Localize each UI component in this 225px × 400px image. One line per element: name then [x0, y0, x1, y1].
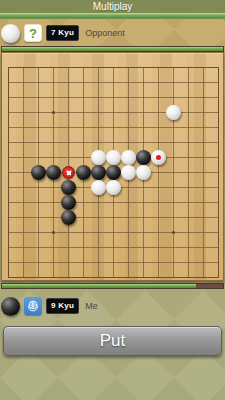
my-timer-fill: [2, 284, 196, 288]
my-rank-badge: 9 Kyu: [46, 298, 79, 314]
forbidden-point-marker: [62, 166, 75, 179]
white-stone: [121, 165, 136, 180]
opponent-rank-badge: 7 Kyu: [46, 25, 79, 41]
opponent-avatar-unknown-icon: ?: [24, 24, 42, 42]
white-stone: [91, 150, 106, 165]
white-stone: [136, 165, 151, 180]
board[interactable]: [1, 52, 224, 281]
put-button[interactable]: Put: [3, 326, 222, 356]
put-button-label: Put: [100, 331, 126, 351]
black-stone: [76, 165, 91, 180]
question-mark-icon: ?: [29, 26, 37, 41]
page-title: Multiplay: [93, 1, 132, 12]
opponent-timer-fill: [2, 47, 223, 51]
black-stone: [61, 180, 76, 195]
white-stone: [106, 180, 121, 195]
star-point: [52, 111, 55, 114]
title-bar: Multiplay: [0, 0, 225, 13]
black-stone: [46, 165, 61, 180]
black-stone: [61, 210, 76, 225]
opponent-row: ? 7 Kyu Opponent: [0, 22, 225, 44]
un-flag-icon: [24, 297, 42, 315]
my-stone-icon: [1, 297, 20, 316]
white-stone: [166, 105, 181, 120]
my-timer-bar: [1, 283, 224, 289]
black-stone: [31, 165, 46, 180]
opponent-name: Opponent: [85, 28, 125, 38]
un-emblem-icon: [24, 297, 42, 315]
black-stone: [61, 195, 76, 210]
title-divider-strip: [0, 13, 225, 19]
white-stone: [121, 150, 136, 165]
black-stone: [91, 165, 106, 180]
last-move-marker: [156, 155, 161, 160]
my-row: 9 Kyu Me: [0, 295, 225, 317]
black-stone: [106, 165, 121, 180]
black-stone: [136, 150, 151, 165]
multiplay-screen: Multiplay ? 7 Kyu Opponent: [0, 0, 225, 400]
star-point: [172, 231, 175, 234]
white-stone: [106, 150, 121, 165]
star-point: [52, 231, 55, 234]
my-name: Me: [85, 301, 98, 311]
white-stone: [91, 180, 106, 195]
opponent-stone-icon: [1, 24, 20, 43]
